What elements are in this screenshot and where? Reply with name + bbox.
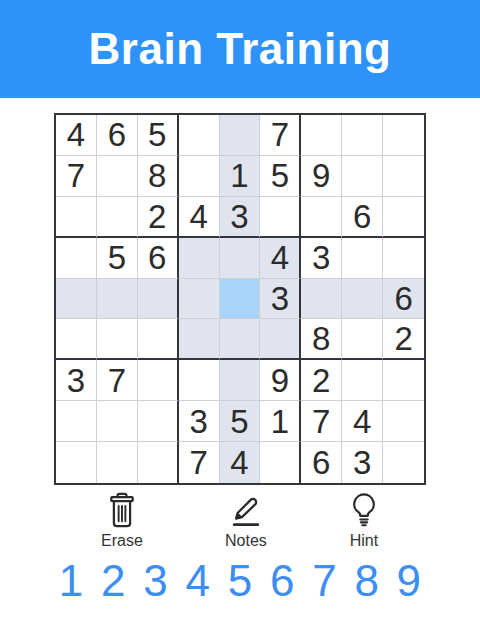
cell-r2c9[interactable]	[383, 156, 424, 197]
numpad-1[interactable]: 1	[50, 552, 92, 610]
cell-r4c7[interactable]: 3	[301, 238, 342, 279]
cell-r9c5[interactable]: 4	[220, 442, 261, 483]
cell-r9c2[interactable]	[97, 442, 138, 483]
cell-r1c4[interactable]	[179, 115, 220, 156]
cell-r3c9[interactable]	[383, 197, 424, 238]
cell-r9c1[interactable]	[56, 442, 97, 483]
numpad-9[interactable]: 9	[388, 552, 430, 610]
cell-r3c7[interactable]	[301, 197, 342, 238]
cell-r6c9[interactable]: 2	[383, 319, 424, 360]
cell-r5c5[interactable]	[220, 279, 261, 320]
cell-r7c3[interactable]	[138, 360, 179, 401]
numpad-6[interactable]: 6	[261, 552, 303, 610]
hint-button[interactable]: Hint	[349, 492, 379, 550]
cell-r3c3[interactable]: 2	[138, 197, 179, 238]
cell-r3c8[interactable]: 6	[342, 197, 383, 238]
cell-r1c9[interactable]	[383, 115, 424, 156]
page-title: Brain Training	[89, 24, 392, 74]
cell-r5c8[interactable]	[342, 279, 383, 320]
hint-label: Hint	[350, 532, 378, 550]
cell-r5c2[interactable]	[97, 279, 138, 320]
cell-r7c9[interactable]	[383, 360, 424, 401]
cell-r3c1[interactable]	[56, 197, 97, 238]
cell-r9c9[interactable]	[383, 442, 424, 483]
cell-r2c2[interactable]	[97, 156, 138, 197]
cell-r4c3[interactable]: 6	[138, 238, 179, 279]
cell-r3c6[interactable]	[260, 197, 301, 238]
cell-r8c9[interactable]	[383, 401, 424, 442]
cell-r2c8[interactable]	[342, 156, 383, 197]
cell-r4c4[interactable]	[179, 238, 220, 279]
cell-r4c8[interactable]	[342, 238, 383, 279]
cell-r3c4[interactable]: 4	[179, 197, 220, 238]
cell-r7c6[interactable]: 9	[260, 360, 301, 401]
cell-r7c1[interactable]: 3	[56, 360, 97, 401]
cell-r5c1[interactable]	[56, 279, 97, 320]
cell-r9c4[interactable]: 7	[179, 442, 220, 483]
cell-r1c2[interactable]: 6	[97, 115, 138, 156]
cell-r5c9[interactable]: 6	[383, 279, 424, 320]
cell-r9c6[interactable]	[260, 442, 301, 483]
numpad-4[interactable]: 4	[177, 552, 219, 610]
cell-r1c3[interactable]: 5	[138, 115, 179, 156]
cell-r2c4[interactable]	[179, 156, 220, 197]
cell-r9c3[interactable]	[138, 442, 179, 483]
cell-r6c1[interactable]	[56, 319, 97, 360]
cell-r8c3[interactable]	[138, 401, 179, 442]
cell-r5c3[interactable]	[138, 279, 179, 320]
cell-r4c6[interactable]: 4	[260, 238, 301, 279]
cell-r8c5[interactable]: 5	[220, 401, 261, 442]
cell-r2c6[interactable]: 5	[260, 156, 301, 197]
cell-r6c8[interactable]	[342, 319, 383, 360]
cell-r4c5[interactable]	[220, 238, 261, 279]
cell-r8c6[interactable]: 1	[260, 401, 301, 442]
toolbar: Erase Notes Hint	[60, 492, 420, 554]
pencil-icon	[229, 492, 263, 528]
cell-r8c4[interactable]: 3	[179, 401, 220, 442]
cell-r9c8[interactable]: 3	[342, 442, 383, 483]
cell-r2c7[interactable]: 9	[301, 156, 342, 197]
cell-r1c1[interactable]: 4	[56, 115, 97, 156]
erase-label: Erase	[101, 532, 143, 550]
cell-r8c2[interactable]	[97, 401, 138, 442]
cell-r6c4[interactable]	[179, 319, 220, 360]
cell-r6c7[interactable]: 8	[301, 319, 342, 360]
cell-r9c7[interactable]: 6	[301, 442, 342, 483]
cell-r7c5[interactable]	[220, 360, 261, 401]
cell-r7c4[interactable]	[179, 360, 220, 401]
cell-r6c6[interactable]	[260, 319, 301, 360]
cell-r1c8[interactable]	[342, 115, 383, 156]
notes-label: Notes	[225, 532, 267, 550]
numpad-2[interactable]: 2	[92, 552, 134, 610]
cell-r8c8[interactable]: 4	[342, 401, 383, 442]
cell-r4c2[interactable]: 5	[97, 238, 138, 279]
notes-button[interactable]: Notes	[225, 492, 267, 550]
lightbulb-icon	[349, 492, 379, 528]
cell-r7c7[interactable]: 2	[301, 360, 342, 401]
cell-r1c6[interactable]: 7	[260, 115, 301, 156]
cell-r2c1[interactable]: 7	[56, 156, 97, 197]
cell-r5c7[interactable]	[301, 279, 342, 320]
numpad-5[interactable]: 5	[219, 552, 261, 610]
cell-r5c6[interactable]: 3	[260, 279, 301, 320]
erase-button[interactable]: Erase	[101, 492, 143, 550]
cell-r3c2[interactable]	[97, 197, 138, 238]
cell-r8c7[interactable]: 7	[301, 401, 342, 442]
cell-r4c9[interactable]	[383, 238, 424, 279]
cell-r2c3[interactable]: 8	[138, 156, 179, 197]
numpad-8[interactable]: 8	[346, 552, 388, 610]
numpad-7[interactable]: 7	[303, 552, 345, 610]
numpad: 123456789	[50, 552, 430, 610]
sudoku-board: 4657781592436564336823792351747463	[54, 113, 426, 485]
cell-r6c3[interactable]	[138, 319, 179, 360]
cell-r1c7[interactable]	[301, 115, 342, 156]
trash-icon	[106, 492, 138, 528]
app-header: Brain Training	[0, 0, 480, 98]
cell-r5c4[interactable]	[179, 279, 220, 320]
cell-r1c5[interactable]	[220, 115, 261, 156]
cell-r2c5[interactable]: 1	[220, 156, 261, 197]
cell-r3c5[interactable]: 3	[220, 197, 261, 238]
cell-r4c1[interactable]	[56, 238, 97, 279]
cell-r6c2[interactable]	[97, 319, 138, 360]
cell-r7c2[interactable]: 7	[97, 360, 138, 401]
numpad-3[interactable]: 3	[134, 552, 176, 610]
cell-r7c8[interactable]	[342, 360, 383, 401]
cell-r6c5[interactable]	[220, 319, 261, 360]
cell-r8c1[interactable]	[56, 401, 97, 442]
